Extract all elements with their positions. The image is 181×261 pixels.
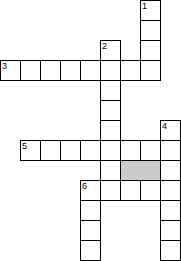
crossword-cell-c7r0[interactable] [140,0,161,21]
crossword-cell-c8r6[interactable] [160,120,181,141]
crossword-cell-c8r10[interactable] [160,200,181,221]
crossword-cell-c8r9[interactable] [160,180,181,201]
crossword-cell-c7r9[interactable] [140,180,161,201]
crossword-cell-c7r1[interactable] [140,20,161,41]
crossword-cell-c8r8[interactable] [160,160,181,181]
shaded-block [120,160,161,181]
crossword-cell-c4r3[interactable] [80,60,101,81]
crossword-cell-c3r3[interactable] [60,60,81,81]
crossword-cell-c6r7[interactable] [120,140,141,161]
crossword-cell-c4r12[interactable] [80,240,101,261]
crossword-cell-c0r3[interactable] [0,60,21,81]
crossword-cell-c7r7[interactable] [140,140,161,161]
crossword-cell-c5r9[interactable] [100,180,121,201]
crossword-cell-c8r11[interactable] [160,220,181,241]
crossword-board: 123456 [0,0,181,261]
crossword-cell-c5r4[interactable] [100,80,121,101]
crossword-cell-c4r7[interactable] [80,140,101,161]
crossword-cell-c2r3[interactable] [40,60,61,81]
crossword-cell-c5r8[interactable] [100,160,121,181]
crossword-cell-c5r2[interactable] [100,40,121,61]
crossword-cell-c8r12[interactable] [160,240,181,261]
crossword-cell-c6r9[interactable] [120,180,141,201]
crossword-cell-c5r5[interactable] [100,100,121,121]
crossword-cell-c5r6[interactable] [100,120,121,141]
crossword-cell-c4r11[interactable] [80,220,101,241]
crossword-cell-c2r7[interactable] [40,140,61,161]
crossword-cell-c3r7[interactable] [60,140,81,161]
crossword-cell-c1r3[interactable] [20,60,41,81]
crossword-cell-c1r7[interactable] [20,140,41,161]
crossword-cell-c7r2[interactable] [140,40,161,61]
crossword-cell-c4r9[interactable] [80,180,101,201]
crossword-cell-c4r10[interactable] [80,200,101,221]
crossword-cell-c5r3[interactable] [100,60,121,81]
crossword-cell-c8r7[interactable] [160,140,181,161]
crossword-cell-c7r3[interactable] [140,60,161,81]
crossword-cell-c5r7[interactable] [100,140,121,161]
crossword-cell-c6r3[interactable] [120,60,141,81]
